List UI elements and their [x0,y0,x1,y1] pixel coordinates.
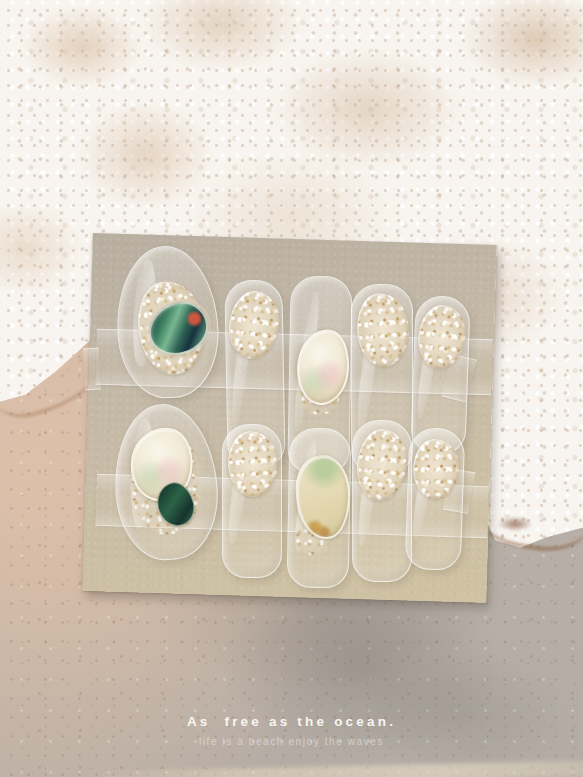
adhesive-tape-strip-2 [83,348,101,391]
seaweed-fleck [497,516,533,532]
caption-line2: life is a beach enjoy the waves [0,736,583,747]
glitter-accent [225,288,283,362]
press-on-nail-bottom-pinky [405,427,466,571]
beach-product-photo: As free as the ocean. life is a beach en… [0,0,583,777]
caption: As free as the ocean. life is a beach en… [0,714,583,747]
glitter-accent [354,427,410,503]
press-on-nail-bottom-ring [352,420,412,582]
press-on-nail-bottom-index [222,424,282,578]
press-on-nail-bottom-middle [287,427,352,588]
caption-line1: As free as the ocean. [0,714,583,729]
glitter-accent [413,439,460,500]
